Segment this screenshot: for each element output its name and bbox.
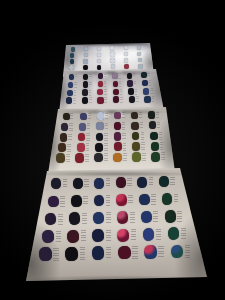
ink-swatch — [82, 89, 88, 96]
swatch-label-text-lines — [160, 142, 164, 150]
photo-ink-swatch-chart — [0, 0, 225, 300]
ink-swatch — [96, 133, 104, 142]
ink-swatch — [61, 123, 68, 131]
swatch-label-text-lines — [156, 229, 161, 241]
ink-swatch — [116, 194, 127, 206]
swatch-label-text-lines — [89, 90, 92, 96]
ink-swatch — [80, 113, 87, 121]
ink-swatch — [70, 53, 74, 58]
swatch-label-text-lines — [128, 195, 133, 206]
ink-swatch — [98, 73, 103, 79]
ink-swatch — [42, 230, 54, 243]
ink-swatch — [111, 64, 116, 69]
swatch-label-text-lines — [69, 123, 72, 130]
ink-swatch — [69, 212, 80, 224]
ink-swatch — [124, 46, 128, 50]
swatch-label-text-lines — [149, 80, 152, 86]
ink-swatch — [144, 96, 150, 103]
shadow-spot — [63, 41, 155, 47]
swatch-label-text-lines — [105, 123, 108, 130]
ink-swatch — [73, 178, 83, 189]
swatch-label-text-lines — [74, 90, 77, 96]
swatch-label-text-lines — [53, 248, 59, 261]
swatch-label-text-lines — [123, 143, 127, 151]
swatch-label-text-lines — [89, 74, 91, 79]
ink-swatch — [78, 133, 86, 142]
swatch-label-text-lines — [104, 133, 108, 141]
ink-swatch — [71, 47, 75, 51]
swatch-label-text-lines — [149, 177, 154, 187]
swatch-label-text-lines — [86, 143, 90, 151]
ink-swatch — [69, 74, 74, 80]
ink-swatch — [114, 112, 121, 120]
shadow-spot — [16, 166, 44, 216]
swatch-label-text-lines — [104, 81, 107, 87]
ink-swatch — [114, 142, 122, 151]
ink-swatch — [84, 47, 88, 51]
ink-swatch — [165, 210, 176, 222]
swatch-label-text-lines — [185, 245, 191, 258]
swatch-label-text-lines — [86, 133, 90, 141]
swatch-label-text-lines — [68, 134, 72, 142]
swatch-label-text-lines — [83, 196, 88, 207]
ink-swatch — [128, 88, 134, 95]
swatch-label-text-lines — [140, 122, 143, 129]
ink-swatch — [84, 53, 88, 58]
ink-swatch — [110, 46, 114, 50]
ink-swatch — [132, 152, 141, 162]
ink-swatch — [58, 143, 66, 152]
swatch-label-text-lines — [106, 230, 111, 242]
swatch-label-text-lines — [158, 246, 164, 259]
swatch-label-text-lines — [131, 229, 136, 241]
swatch-label-text-lines — [135, 89, 138, 95]
shadow-spot — [32, 171, 202, 177]
swatch-label-text-lines — [141, 142, 145, 150]
ink-swatch — [151, 142, 159, 151]
ink-swatch — [127, 73, 132, 79]
ink-swatch — [141, 211, 152, 223]
swatch-label-text-lines — [106, 247, 112, 260]
swatch-label-text-lines — [181, 228, 186, 240]
ink-swatch — [137, 52, 141, 57]
ink-swatch — [94, 178, 104, 189]
glare-spot — [86, 42, 122, 56]
ink-swatch — [117, 229, 129, 242]
swatch-label-text-lines — [122, 133, 126, 141]
shadow-spot — [22, 275, 212, 285]
swatch-label-text-lines — [106, 178, 111, 188]
ink-swatch — [143, 228, 155, 241]
glare-spot — [77, 42, 161, 72]
ink-swatch — [75, 153, 84, 163]
ink-swatch — [83, 81, 89, 87]
swatch-label-text-lines — [120, 89, 123, 95]
ink-swatch — [138, 58, 142, 63]
swatch-label-text-lines — [120, 97, 123, 103]
ink-swatch — [131, 112, 138, 120]
swatch-label-text-lines — [82, 213, 87, 224]
swatch-label-text-lines — [106, 195, 111, 206]
ink-swatch — [96, 122, 103, 130]
swatch-label-text-lines — [104, 97, 107, 103]
photo-scene — [0, 0, 225, 300]
glare-spot — [112, 44, 156, 62]
ink-swatch — [66, 97, 72, 104]
ink-swatch — [149, 121, 156, 129]
ink-swatch — [48, 196, 59, 208]
ink-swatch — [97, 112, 104, 120]
ink-swatch — [95, 143, 103, 152]
swatch-label-text-lines — [81, 230, 86, 242]
ink-swatch — [151, 152, 160, 162]
ink-swatch — [65, 247, 78, 261]
swatch-label-text-lines — [56, 231, 61, 243]
ink-swatch — [97, 97, 103, 104]
ink-swatch — [63, 113, 70, 121]
ink-swatch — [70, 59, 74, 64]
swatch-label-text-lines — [153, 211, 158, 222]
ink-swatch — [51, 178, 61, 189]
ink-swatch — [148, 111, 155, 119]
swatch-label-text-lines — [85, 154, 89, 163]
swatch-label-text-lines — [106, 212, 111, 223]
ink-swatch — [83, 74, 88, 80]
ink-swatch — [56, 153, 65, 163]
ink-swatch — [97, 53, 101, 58]
swatch-label-text-lines — [133, 73, 135, 78]
ink-swatch — [92, 229, 104, 242]
swatch-label-text-lines — [142, 153, 146, 162]
ink-swatch — [159, 176, 169, 187]
ink-swatch — [129, 96, 135, 103]
ink-swatch — [94, 153, 103, 163]
swatch-label-text-lines — [170, 177, 175, 187]
ink-swatch — [137, 177, 147, 188]
ink-swatch — [68, 82, 74, 88]
ink-swatch — [124, 52, 128, 57]
ink-swatch — [67, 230, 79, 243]
swatch-label-text-lines — [60, 196, 65, 207]
swatch-label-text-lines — [147, 73, 149, 78]
swatch-label-text-lines — [118, 73, 120, 78]
ink-swatch — [143, 88, 149, 95]
swatch-label-text-lines — [130, 212, 135, 223]
swatch-label-text-lines — [58, 214, 63, 225]
ink-swatch — [144, 245, 157, 259]
ink-swatch — [67, 90, 73, 97]
swatch-label-text-lines — [104, 74, 106, 79]
ink-swatch — [82, 97, 88, 104]
swatch-label-text-lines — [104, 153, 108, 162]
swatch-label-text-lines — [141, 132, 145, 140]
ink-swatch — [97, 65, 102, 70]
ink-swatch — [127, 80, 133, 86]
swatch-label-text-lines — [89, 97, 92, 103]
ink-swatch — [110, 58, 114, 63]
ink-swatch — [124, 64, 129, 69]
ink-swatch — [138, 64, 143, 69]
ink-swatch — [137, 46, 141, 50]
ink-swatch — [117, 211, 128, 223]
swatch-label-text-lines — [74, 82, 77, 88]
ink-swatch — [131, 122, 138, 130]
swatch-label-text-lines — [119, 81, 122, 87]
ink-swatch — [112, 73, 117, 79]
ink-swatch — [139, 194, 150, 206]
ink-swatch — [60, 133, 68, 142]
ink-swatch — [39, 247, 52, 261]
ink-swatch — [162, 193, 173, 205]
swatch-label-text-lines — [67, 144, 71, 152]
swatch-label-text-lines — [105, 113, 108, 120]
ink-swatch — [150, 132, 158, 141]
swatch-label-text-lines — [159, 132, 163, 140]
ink-swatch — [118, 246, 131, 260]
ink-swatch — [93, 212, 104, 224]
ink-swatch — [132, 142, 140, 151]
ink-swatch — [79, 123, 86, 131]
ink-swatch — [92, 246, 105, 260]
ink-swatch — [69, 65, 74, 70]
swatch-label-text-lines — [177, 211, 182, 222]
ink-swatch — [97, 59, 101, 64]
swatch-label-text-lines — [139, 112, 142, 119]
ink-swatch — [113, 81, 119, 87]
swatch-label-text-lines — [75, 74, 77, 79]
ink-swatch — [98, 81, 104, 87]
swatch-label-text-lines — [87, 123, 90, 130]
ink-swatch — [83, 65, 88, 70]
swatch-label-text-lines — [174, 194, 179, 205]
swatch-label-text-lines — [161, 152, 165, 161]
ink-swatch — [113, 96, 119, 103]
ink-swatch — [132, 132, 140, 141]
swatch-label-text-lines — [123, 153, 127, 162]
ink-swatch — [71, 195, 82, 207]
ink-swatch — [114, 132, 122, 141]
swatch-label-text-lines — [152, 96, 155, 102]
swatch-label-text-lines — [136, 96, 139, 102]
ink-swatch — [83, 59, 87, 64]
swatch-label-text-lines — [132, 246, 138, 259]
swatch-label-text-lines — [84, 179, 89, 189]
ink-swatch — [77, 143, 85, 152]
shadow-spot — [191, 168, 219, 224]
swatch-label-text-lines — [80, 247, 86, 260]
ink-swatch — [97, 89, 103, 96]
swatch-label-text-lines — [104, 143, 108, 151]
ink-swatch — [116, 177, 126, 188]
swatch-label-text-lines — [89, 82, 92, 88]
swatch-label-text-lines — [122, 122, 125, 129]
swatch-label-text-lines — [104, 89, 107, 95]
ink-swatch — [168, 227, 180, 240]
ink-swatch — [45, 213, 56, 225]
swatch-label-text-lines — [73, 98, 76, 104]
swatch-label-text-lines — [157, 122, 160, 129]
swatch-label-text-lines — [151, 194, 156, 205]
swatch-label-text-lines — [88, 113, 91, 120]
swatch-label-text-lines — [66, 154, 70, 163]
ink-swatch — [114, 122, 121, 130]
ink-swatch — [124, 58, 128, 63]
swatch-label-text-lines — [156, 112, 159, 119]
ink-swatch — [110, 52, 114, 57]
ink-swatch — [113, 153, 122, 163]
ink-swatch — [142, 80, 148, 86]
ink-swatch — [113, 89, 119, 96]
swatch-label-text-lines — [70, 113, 73, 120]
ink-swatch — [97, 47, 101, 51]
ink-swatch — [94, 195, 105, 207]
ink-swatch — [171, 245, 184, 259]
swatch-label-text-lines — [63, 179, 68, 189]
swatch-label-text-lines — [134, 81, 137, 87]
swatch-label-text-lines — [122, 112, 125, 119]
swatch-label-text-lines — [127, 178, 132, 188]
swatch-label-text-lines — [150, 88, 153, 94]
ink-swatch — [141, 72, 146, 78]
